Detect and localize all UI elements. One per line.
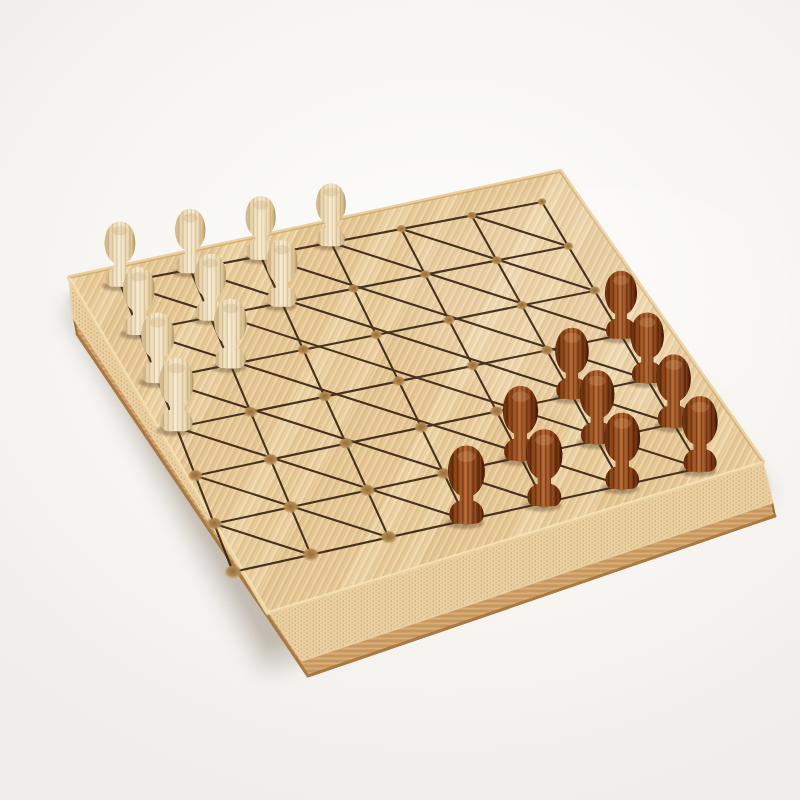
halma-board-scene	[0, 0, 800, 800]
hole-r3c1[interactable]	[244, 407, 257, 418]
hole-r6c0[interactable]	[225, 565, 241, 578]
hole-r2c6[interactable]	[589, 286, 600, 295]
hole-r3c5[interactable]	[541, 346, 553, 356]
hole-r2c4[interactable]	[443, 316, 455, 325]
hole-r4c2[interactable]	[339, 438, 353, 449]
peg-dark-r6c4[interactable]	[526, 429, 562, 506]
hole-r4c3[interactable]	[415, 422, 429, 433]
hole-r6c2[interactable]	[381, 531, 397, 544]
hole-r3c2[interactable]	[318, 391, 331, 401]
photo-stage	[0, 0, 800, 800]
hole-r4c4[interactable]	[490, 406, 503, 417]
hole-r0c5[interactable]	[467, 212, 476, 220]
hole-r1c4[interactable]	[420, 270, 431, 278]
hole-r1c5[interactable]	[492, 256, 502, 264]
hole-r6c1[interactable]	[303, 548, 319, 561]
peg-dark-r6c5[interactable]	[604, 413, 640, 489]
hole-r0c4[interactable]	[396, 225, 406, 233]
hole-r2c5[interactable]	[516, 301, 527, 310]
hole-r1c6[interactable]	[563, 242, 573, 250]
hole-r4c1[interactable]	[264, 454, 278, 465]
hole-r2c2[interactable]	[297, 345, 309, 355]
hole-r1c3[interactable]	[348, 284, 359, 293]
peg-dark-r6c6[interactable]	[682, 396, 718, 472]
hole-r5c0[interactable]	[206, 518, 221, 530]
peg-light-r0c3[interactable]	[316, 183, 346, 246]
hole-r5c1[interactable]	[283, 501, 298, 513]
peg-light-r2c1[interactable]	[214, 299, 247, 369]
hole-r3c4[interactable]	[467, 361, 479, 371]
peg-dark-r6c3[interactable]	[448, 446, 485, 524]
peg-light-r3c0[interactable]	[159, 358, 193, 431]
hole-r2c3[interactable]	[370, 330, 382, 339]
hole-r3c3[interactable]	[392, 376, 405, 386]
hole-r0c6[interactable]	[537, 198, 546, 205]
hole-r5c2[interactable]	[360, 485, 375, 497]
peg-light-r1c2[interactable]	[266, 240, 297, 306]
hole-r4c0[interactable]	[188, 470, 203, 482]
